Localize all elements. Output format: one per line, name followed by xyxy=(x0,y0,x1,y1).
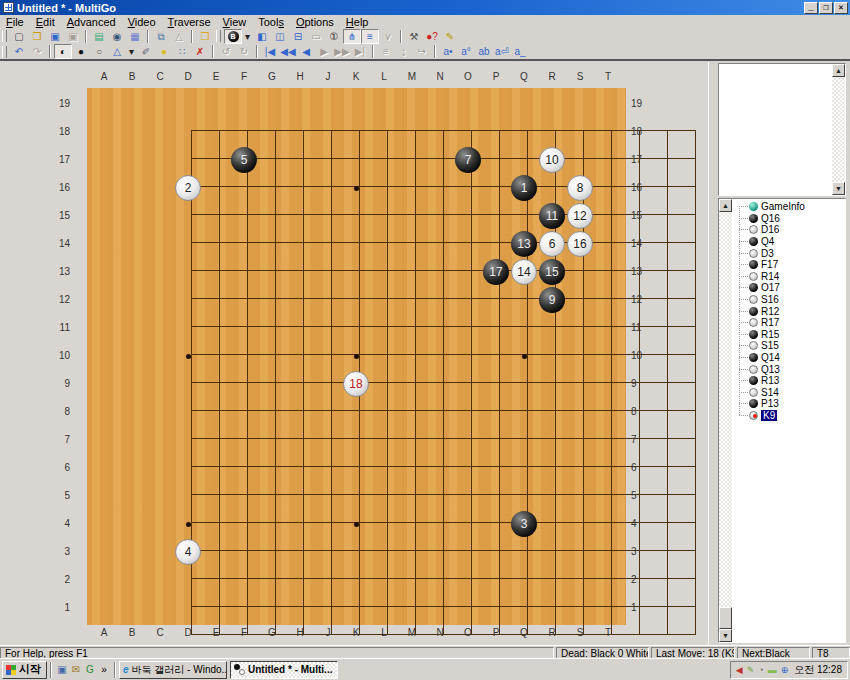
tree-node-label: D16 xyxy=(761,224,779,235)
coord-row-left-14: 14 xyxy=(52,238,70,249)
redo-button: ↷ xyxy=(28,44,46,59)
scroll-down-icon[interactable]: ▼ xyxy=(719,629,732,642)
coord-row-right-12: 12 xyxy=(631,294,649,305)
tree-connector xyxy=(739,311,748,312)
coord-col-bottom-D: D xyxy=(178,627,198,638)
tray-status-icon[interactable]: ▬ xyxy=(768,665,777,675)
next-move-button: ▶ xyxy=(315,44,333,59)
quick-launch-tray: ▣✉G» xyxy=(55,662,111,678)
white-stone-icon xyxy=(749,295,758,304)
white-stone-icon xyxy=(749,388,758,397)
tree-node-label: D3 xyxy=(761,248,774,259)
coord-col-top-S: S xyxy=(570,71,590,82)
coord-row-right-14: 14 xyxy=(631,238,649,249)
stone-white-K9[interactable]: 18 xyxy=(343,371,369,397)
black-stone-icon xyxy=(749,283,758,292)
black-to-play-dropdown[interactable]: ▾ xyxy=(242,29,253,44)
split-horizontal-button[interactable]: ⊟ xyxy=(289,29,307,44)
star-point-Q10 xyxy=(522,354,527,359)
fast-back-button[interactable]: ◀◀ xyxy=(279,44,297,59)
tree-node-label: R14 xyxy=(761,271,779,282)
context-help-button[interactable]: ●? xyxy=(423,29,441,44)
tree-connector xyxy=(739,357,748,358)
stone-black-Q14[interactable]: 13 xyxy=(511,231,537,257)
white-stone-icon xyxy=(749,411,758,420)
tree-node-k9[interactable]: K9 xyxy=(735,410,844,422)
coord-row-left-17: 17 xyxy=(52,154,70,165)
coord-col-top-N: N xyxy=(430,71,450,82)
tree-node-r13[interactable]: R13 xyxy=(735,375,844,387)
black-stone-icon xyxy=(749,376,758,385)
coord-row-right-6: 6 xyxy=(631,462,649,473)
coord-col-top-T: T xyxy=(598,71,618,82)
coord-row-right-8: 8 xyxy=(631,406,649,417)
star-point-K4 xyxy=(354,522,359,527)
white-stone-icon xyxy=(749,249,758,258)
task-buttons: e바둑 갤러리 - Windo...Untitled * - Multi... xyxy=(119,661,341,679)
stone-black-Q4[interactable]: 3 xyxy=(511,511,537,537)
coord-row-right-19: 19 xyxy=(631,98,649,109)
tree-connector xyxy=(739,415,748,416)
coord-row-left-8: 8 xyxy=(52,406,70,417)
pass-button[interactable]: ● xyxy=(155,44,173,59)
coord-col-bottom-K: K xyxy=(346,627,366,638)
tree-connector xyxy=(739,334,748,335)
tray-update-icon[interactable]: ⊕ xyxy=(781,665,789,675)
coord-row-right-13: 13 xyxy=(631,266,649,277)
copy-button[interactable]: ⧉ xyxy=(152,29,170,44)
white-stone-tool[interactable]: ○ xyxy=(90,44,108,59)
coord-row-right-5: 5 xyxy=(631,490,649,501)
menu-video[interactable]: Video xyxy=(122,16,162,28)
tree-node-label: GameInfo xyxy=(761,201,805,212)
stone-white-D3[interactable]: 4 xyxy=(175,539,201,565)
window-title: Untitled * - MultiGo xyxy=(17,2,803,14)
tree-node-s14[interactable]: S14 xyxy=(735,387,844,399)
tree-node-label: R15 xyxy=(761,329,779,340)
split-vertical-button[interactable]: ◫ xyxy=(271,29,289,44)
tree-node-d16[interactable]: D16 xyxy=(735,224,844,236)
coord-col-top-D: D xyxy=(178,71,198,82)
coord-row-left-7: 7 xyxy=(52,434,70,445)
coord-col-top-P: P xyxy=(486,71,506,82)
first-move-button[interactable]: |◀ xyxy=(261,44,279,59)
menu-advanced[interactable]: Advanced xyxy=(61,16,122,28)
marker-tool[interactable]: △ xyxy=(108,44,126,59)
white-stone-icon xyxy=(749,365,758,374)
quicklaunch-mail-icon[interactable]: ✉ xyxy=(69,662,83,678)
coord-col-bottom-P: P xyxy=(486,627,506,638)
menu-tools[interactable]: Tools xyxy=(252,16,290,28)
label-black-button[interactable]: a• xyxy=(439,44,457,59)
star-point-K16 xyxy=(354,186,359,191)
tree-node-label: Q16 xyxy=(761,213,780,224)
coord-col-top-O: O xyxy=(458,71,478,82)
tree-node-r14[interactable]: R14 xyxy=(735,271,844,283)
tree-node-q14[interactable]: Q14 xyxy=(735,352,844,364)
list-view-button[interactable]: ≡ xyxy=(361,29,379,44)
multigo-icon xyxy=(234,664,245,675)
toolbar-edit-navigate: ↶↷◐●○△▾✐●∷✗↺↻|◀◀◀◀▶▶▶▶|≡↨↪a•a°aba⏎a_ xyxy=(0,44,850,61)
quicklaunch-desktop-icon[interactable]: ▣ xyxy=(55,662,69,678)
pane-extra-button: ▭ xyxy=(307,29,325,44)
taskbar-clock: 오전 12:28 xyxy=(794,663,842,677)
new-button[interactable]: ▢ xyxy=(10,29,28,44)
start-button[interactable]: 시작 xyxy=(2,661,47,679)
coord-col-top-Q: Q xyxy=(514,71,534,82)
coord-col-bottom-A: A xyxy=(94,627,114,638)
board-view: AABBCCDDEEFFGGHHJJKKLLMMNNOOPPQQRRSSTT19… xyxy=(0,62,710,645)
label-white-button[interactable]: a° xyxy=(457,44,475,59)
black-stone-tool[interactable]: ● xyxy=(72,44,90,59)
tree-scrollbar[interactable]: ▲ ▼ xyxy=(719,199,732,642)
tree-node-label: S15 xyxy=(761,340,779,351)
coord-col-top-M: M xyxy=(402,71,422,82)
coord-row-left-3: 3 xyxy=(52,546,70,557)
coord-row-left-11: 11 xyxy=(52,322,70,333)
print-preview-button[interactable]: ◉ xyxy=(108,29,126,44)
equalize-button: ≡ xyxy=(377,44,395,59)
coord-row-right-11: 11 xyxy=(631,322,649,333)
tree-node-label: Q13 xyxy=(761,364,780,375)
coord-row-left-19: 19 xyxy=(52,98,70,109)
toolbar-gripper[interactable] xyxy=(2,30,7,42)
black-stone-icon: B xyxy=(228,31,239,42)
tray-scheduler-icon[interactable]: ◔ xyxy=(758,665,763,675)
coord-row-left-9: 9 xyxy=(52,378,70,389)
tree-node-label: F17 xyxy=(761,259,778,270)
stone-white-R17[interactable]: 10 xyxy=(539,147,565,173)
coord-col-top-G: G xyxy=(262,71,282,82)
branch-view-button: ⋎ xyxy=(379,29,397,44)
star-point-D10 xyxy=(186,354,191,359)
panel-splitter[interactable] xyxy=(708,62,716,645)
tree-node-o17[interactable]: O17 xyxy=(735,282,844,294)
stone-black-O17[interactable]: 7 xyxy=(455,147,481,173)
coord-row-right-4: 4 xyxy=(631,518,649,529)
tree-node-label: P13 xyxy=(761,398,779,409)
coord-row-right-9: 9 xyxy=(631,378,649,389)
comment-panel[interactable]: ▲ ▼ xyxy=(718,63,846,196)
coord-col-bottom-N: N xyxy=(430,627,450,638)
menu-options[interactable]: Options xyxy=(290,16,340,28)
coord-row-right-17: 17 xyxy=(631,154,649,165)
tree-node-label: Q4 xyxy=(761,236,774,247)
coord-row-left-16: 16 xyxy=(52,182,70,193)
stone-black-R13[interactable]: 15 xyxy=(539,259,565,285)
toolbar-gripper[interactable] xyxy=(2,46,7,58)
minimize-button[interactable]: _ xyxy=(804,2,818,14)
tree-node-r12[interactable]: R12 xyxy=(735,305,844,317)
last-move-button: ▶| xyxy=(351,44,369,59)
task-button-label: 바둑 갤러리 - Windo... xyxy=(132,663,227,677)
stone-black-Q16[interactable]: 1 xyxy=(511,175,537,201)
tree-node-r15[interactable]: R15 xyxy=(735,329,844,341)
coord-row-right-1: 1 xyxy=(631,602,649,613)
coord-row-left-13: 13 xyxy=(52,266,70,277)
tree-node-label: R17 xyxy=(761,317,779,328)
coord-col-bottom-Q: Q xyxy=(514,627,534,638)
start-label: 시작 xyxy=(19,662,41,677)
black-stone-icon xyxy=(749,260,758,269)
tree-connector xyxy=(739,299,748,300)
tree-connector xyxy=(739,206,748,207)
coord-col-top-E: E xyxy=(206,71,226,82)
tree-connector xyxy=(739,322,748,323)
task-button-browser[interactable]: e바둑 갤러리 - Windo... xyxy=(119,661,227,679)
stone-black-F17[interactable]: 5 xyxy=(231,147,257,173)
tray-pen-icon[interactable]: ✎ xyxy=(747,665,755,675)
tree-node-r17[interactable]: R17 xyxy=(735,317,844,329)
coord-col-top-F: F xyxy=(234,71,254,82)
stone-black-R12[interactable]: 9 xyxy=(539,287,565,313)
gameinfo-icon xyxy=(749,202,758,211)
stone-white-S15[interactable]: 12 xyxy=(567,203,593,229)
jump-branch-button: ↪ xyxy=(413,44,431,59)
coord-col-bottom-S: S xyxy=(570,627,590,638)
tray-icons: ◀✎◔▬⊕ xyxy=(736,664,792,675)
coord-row-left-2: 2 xyxy=(52,574,70,585)
black-stone-icon xyxy=(749,214,758,223)
stone-black-R15[interactable]: 11 xyxy=(539,203,565,229)
tree-node-label: Q14 xyxy=(761,352,780,363)
coord-col-bottom-M: M xyxy=(402,627,422,638)
toolbar-separator xyxy=(85,30,87,43)
scroll-up-icon[interactable]: ▲ xyxy=(719,199,732,212)
coord-row-right-7: 7 xyxy=(631,434,649,445)
scroll-up-icon[interactable]: ▲ xyxy=(832,64,845,77)
tree-connector xyxy=(739,241,748,242)
coord-col-bottom-F: F xyxy=(234,627,254,638)
scroll-thumb[interactable] xyxy=(719,607,732,629)
menu-edit[interactable]: Edit xyxy=(30,16,61,28)
tree-node-q4[interactable]: Q4 xyxy=(735,236,844,248)
coord-col-top-L: L xyxy=(374,71,394,82)
white-stone-icon xyxy=(749,272,758,281)
toolbar-separator xyxy=(256,45,258,58)
menu-help[interactable]: Help xyxy=(340,16,375,28)
stone-white-S14[interactable]: 16 xyxy=(567,231,593,257)
delete-node-button[interactable]: ✗ xyxy=(191,44,209,59)
board-grid xyxy=(191,130,696,635)
label-number-button[interactable]: a⏎ xyxy=(493,44,511,59)
tree-node-label: O17 xyxy=(761,282,780,293)
coord-col-bottom-G: G xyxy=(262,627,282,638)
stone-white-R14[interactable]: 6 xyxy=(539,231,565,257)
tree-node-s15[interactable]: S15 xyxy=(735,340,844,352)
tree-connector xyxy=(739,264,748,265)
coord-row-left-18: 18 xyxy=(52,126,70,137)
toolbar-standard: ▢❐▣▣▤◉▦⧉△❐B▾◧◫⊟▭①⋔≡⋎⚒●?✎ xyxy=(0,28,850,44)
stone-white-Q13[interactable]: 14 xyxy=(511,259,537,285)
coord-col-top-R: R xyxy=(542,71,562,82)
coord-row-left-10: 10 xyxy=(52,350,70,361)
tree-connector xyxy=(739,276,748,277)
import-button[interactable]: ❐ xyxy=(196,29,214,44)
toolbar-separator xyxy=(49,45,51,58)
tree-connector xyxy=(739,369,748,370)
label-mark-button[interactable]: a_ xyxy=(511,44,529,59)
tree-connector xyxy=(739,392,748,393)
tree-connector xyxy=(739,218,748,219)
tree-node-label: K9 xyxy=(761,410,777,421)
label-letter-button[interactable]: ab xyxy=(475,44,493,59)
tree-node-p13[interactable]: P13 xyxy=(735,398,844,410)
open-button[interactable]: ❐ xyxy=(28,29,46,44)
single-pane-button[interactable]: ◧ xyxy=(253,29,271,44)
status-bar: For Help, press F1 Dead: Black 0 White 0… xyxy=(0,645,850,658)
tools-button[interactable]: ⚒ xyxy=(405,29,423,44)
coord-row-left-1: 1 xyxy=(52,602,70,613)
tree-node-gameinfo[interactable]: GameInfo xyxy=(735,201,844,213)
setup-stones-button[interactable]: ∷ xyxy=(173,44,191,59)
toolbar-separator xyxy=(434,45,436,58)
toolbar-separator xyxy=(372,45,374,58)
export-image-button[interactable]: ▦ xyxy=(126,29,144,44)
taskbar-divider xyxy=(50,662,52,678)
coord-row-left-15: 15 xyxy=(52,210,70,221)
jump-down-button: ↨ xyxy=(395,44,413,59)
pen-button[interactable]: ✎ xyxy=(441,29,459,44)
tree-node-s16[interactable]: S16 xyxy=(735,294,844,306)
task-button-label: Untitled * - Multi... xyxy=(248,664,332,675)
coord-col-top-A: A xyxy=(94,71,114,82)
save-button[interactable]: ▣ xyxy=(46,29,64,44)
coord-row-left-12: 12 xyxy=(52,294,70,305)
marker-dropdown[interactable]: ▾ xyxy=(126,44,137,59)
white-stone-icon xyxy=(749,341,758,350)
system-tray: ◀✎◔▬⊕ 오전 12:28 xyxy=(730,661,848,679)
alternate-stone-tool[interactable]: ◐ xyxy=(54,44,72,59)
black-to-play-button[interactable]: B xyxy=(224,29,242,44)
tree-connector xyxy=(739,403,748,404)
coord-col-bottom-O: O xyxy=(458,627,478,638)
toolbar-separator xyxy=(147,30,149,43)
internet-explorer-icon: e xyxy=(123,664,129,675)
tree-node-f17[interactable]: F17 xyxy=(735,259,844,271)
coord-col-top-B: B xyxy=(122,71,142,82)
white-stone-icon xyxy=(749,225,758,234)
paste-button: △ xyxy=(170,29,188,44)
fast-forward-button: ▶▶ xyxy=(333,44,351,59)
coord-col-bottom-E: E xyxy=(206,627,226,638)
task-button-multigo[interactable]: Untitled * - Multi... xyxy=(230,661,338,679)
tree-node-q16[interactable]: Q16 xyxy=(735,213,844,225)
black-stone-icon xyxy=(749,399,758,408)
close-button[interactable]: ✕ xyxy=(834,2,848,14)
menu-view[interactable]: View xyxy=(217,16,253,28)
coord-col-bottom-H: H xyxy=(290,627,310,638)
undo-button[interactable]: ↶ xyxy=(10,44,28,59)
taskbar-divider xyxy=(114,662,116,678)
coord-col-top-K: K xyxy=(346,71,366,82)
black-stone-icon xyxy=(749,307,758,316)
save-all-button: ▣ xyxy=(64,29,82,44)
taskbar: 시작 ▣✉G» e바둑 갤러리 - Windo...Untitled * - M… xyxy=(0,658,850,680)
tree-connector xyxy=(739,253,748,254)
coord-row-right-3: 3 xyxy=(631,546,649,557)
quicklaunch-g-icon[interactable]: G xyxy=(83,662,97,678)
coord-col-bottom-L: L xyxy=(374,627,394,638)
right-panel: ▲ ▼ ▲ ▼ GameInfoQ16D16Q4D3F17R14O17S16R1… xyxy=(716,62,848,645)
prev-move-button[interactable]: ◀ xyxy=(297,44,315,59)
tree-connector xyxy=(739,287,748,288)
coord-col-bottom-T: T xyxy=(598,627,618,638)
toolbar-separator xyxy=(191,30,193,43)
multigo-window: Untitled * - MultiGo _ ❐ ✕ FileEditAdvan… xyxy=(0,0,850,680)
black-stone-icon xyxy=(749,353,758,362)
menu-bar: FileEditAdvancedVideoTraverseViewToolsOp… xyxy=(0,15,850,28)
tree-node-label: R13 xyxy=(761,375,779,386)
move-number-button[interactable]: ① xyxy=(325,29,343,44)
tray-volume-icon[interactable]: ◀ xyxy=(736,665,743,675)
white-stone-icon xyxy=(749,318,758,327)
eraser-tool[interactable]: ✐ xyxy=(137,44,155,59)
coord-col-bottom-C: C xyxy=(150,627,170,638)
tree-connector xyxy=(739,345,748,346)
menu-traverse[interactable]: Traverse xyxy=(162,16,217,28)
coord-row-right-10: 10 xyxy=(631,350,649,361)
black-stone-icon xyxy=(749,237,758,246)
coord-row-right-2: 2 xyxy=(631,574,649,585)
coord-col-top-C: C xyxy=(150,71,170,82)
coord-row-right-18: 18 xyxy=(631,126,649,137)
coord-col-bottom-B: B xyxy=(122,627,142,638)
tree-node-d3[interactable]: D3 xyxy=(735,247,844,259)
rotate-right-button: ↻ xyxy=(235,44,253,59)
stone-black-P13[interactable]: 17 xyxy=(483,259,509,285)
title-bar: Untitled * - MultiGo _ ❐ ✕ xyxy=(0,0,850,15)
windows-logo-icon xyxy=(6,665,16,675)
tree-node-label: S14 xyxy=(761,387,779,398)
tree-view-button[interactable]: ⋔ xyxy=(343,29,361,44)
toolbar-separator xyxy=(212,45,214,58)
star-point-K10 xyxy=(354,354,359,359)
scroll-down-icon[interactable]: ▼ xyxy=(832,182,845,195)
toolbar-gripper[interactable] xyxy=(216,30,221,42)
print-button[interactable]: ▤ xyxy=(90,29,108,44)
coord-row-left-5: 5 xyxy=(52,490,70,501)
move-tree: GameInfoQ16D16Q4D3F17R14O17S16R12R17R15S… xyxy=(735,201,844,641)
coord-row-right-15: 15 xyxy=(631,210,649,221)
restore-button[interactable]: ❐ xyxy=(819,2,833,14)
stone-white-S16[interactable]: 8 xyxy=(567,175,593,201)
toolbar-separator xyxy=(400,30,402,43)
coord-col-top-H: H xyxy=(290,71,310,82)
rotate-left-button: ↺ xyxy=(217,44,235,59)
quicklaunch-overflow-chevron[interactable]: » xyxy=(97,662,111,678)
coord-col-bottom-R: R xyxy=(542,627,562,638)
coord-row-left-4: 4 xyxy=(52,518,70,529)
coord-row-left-6: 6 xyxy=(52,462,70,473)
tree-node-label: S16 xyxy=(761,294,779,305)
tree-node-label: R12 xyxy=(761,306,779,317)
star-point-D4 xyxy=(186,522,191,527)
comment-scrollbar[interactable]: ▲ ▼ xyxy=(832,64,845,195)
tree-node-q13[interactable]: Q13 xyxy=(735,363,844,375)
tree-connector xyxy=(739,380,748,381)
coord-col-bottom-J: J xyxy=(318,627,338,638)
menu-file[interactable]: File xyxy=(0,16,30,28)
move-tree-panel: ▲ ▼ GameInfoQ16D16Q4D3F17R14O17S16R12R17… xyxy=(718,198,846,643)
coord-col-top-J: J xyxy=(318,71,338,82)
stone-white-D16[interactable]: 2 xyxy=(175,175,201,201)
coord-row-right-16: 16 xyxy=(631,182,649,193)
tree-connector xyxy=(739,229,748,230)
app-icon xyxy=(3,2,14,13)
black-stone-icon xyxy=(749,330,758,339)
